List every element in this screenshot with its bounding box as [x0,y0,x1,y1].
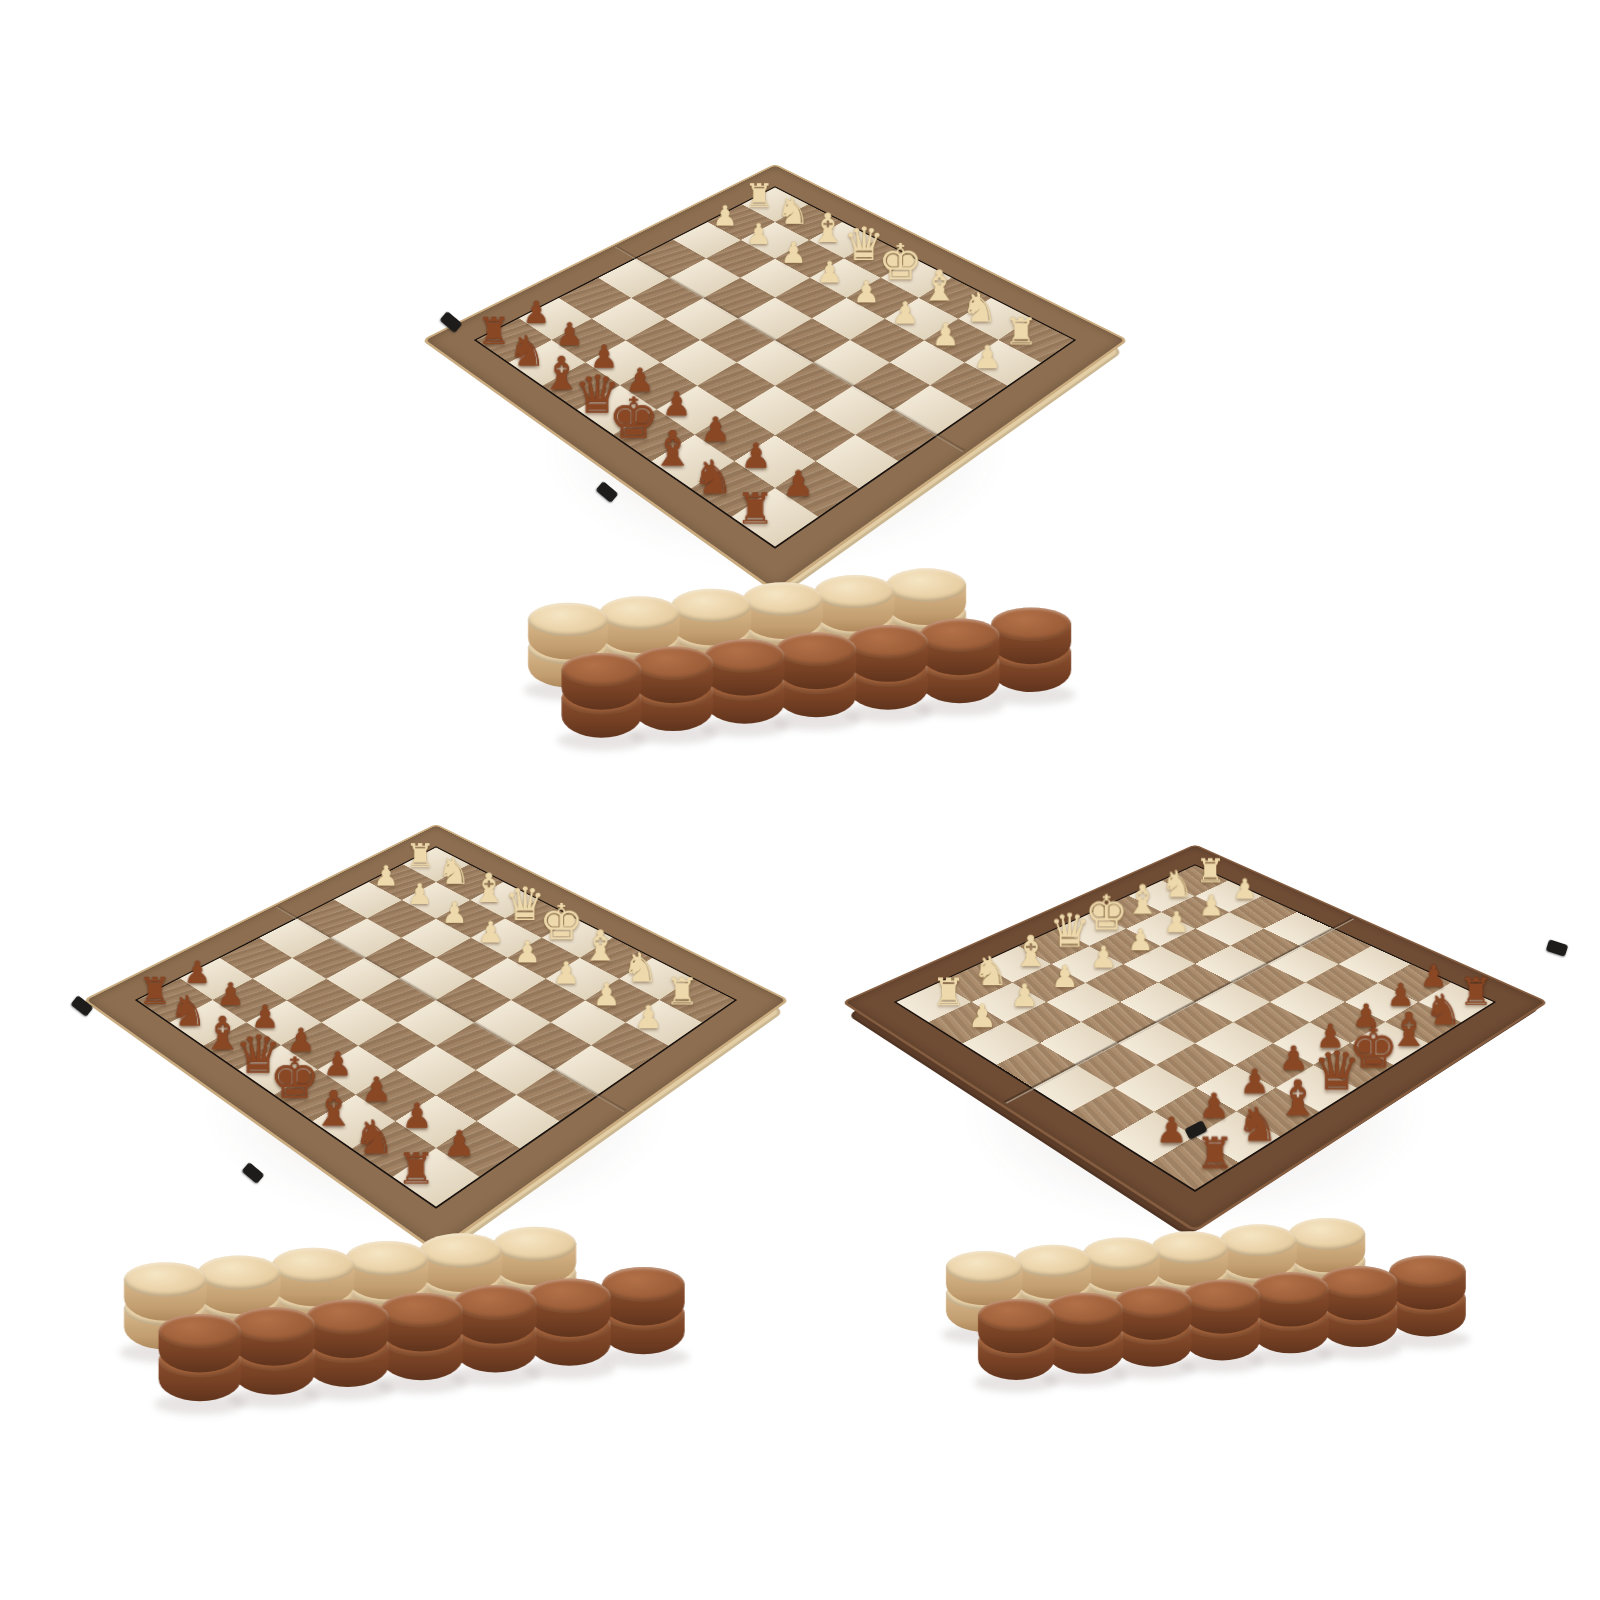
dark-rook-piece: ♜ [138,973,171,1010]
disc-top [454,1285,537,1320]
checkers-middle [528,560,1077,746]
dark-checker-disc [633,646,713,706]
disc-top [920,618,1000,651]
dark-checker-stack [1047,1292,1124,1377]
metal-clasp [1546,939,1569,957]
disc-top [528,1278,611,1313]
disc-top [380,1292,463,1327]
dark-checker-stack [1321,1266,1398,1351]
disc-top [633,646,713,679]
board-bottom-right: ♜♞♝♛♚♝♞♜♟♟♟♟♟♟♟♟♟♟♟♟♟♟♟♟♜♞♝♛♚♝♞♜ [945,752,1445,1252]
disc-top [124,1262,207,1297]
disc-top [420,1233,503,1268]
checkers-bottom-right [946,1210,1471,1388]
disc-top [848,625,928,658]
disc-top [1389,1255,1466,1287]
dark-checker-stack [528,1278,611,1370]
disc-top [159,1314,242,1349]
disc-top [561,653,641,686]
disc-top [1184,1279,1261,1311]
dark-checker-stack [1184,1279,1261,1364]
dark-checker-stack [848,625,928,714]
dark-checker-stack [306,1300,389,1392]
disc-top [946,1251,1023,1283]
dark-checker-disc [232,1307,315,1368]
disc-top [306,1300,389,1335]
dark-checker-disc [848,625,928,685]
square [856,410,937,461]
disc-top [528,603,608,636]
square [1232,964,1305,1002]
dark-pawn-piece: ♟ [184,958,212,989]
dark-rook-piece: ♜ [477,313,510,350]
dark-checker-disc [705,639,785,699]
dark-checker-disc [561,653,641,713]
disc-top [776,632,856,665]
square [1270,983,1345,1023]
disc-top [272,1248,355,1283]
light-pawn-piece: ♟ [634,1001,663,1033]
dark-checker-disc [602,1267,685,1328]
disc-top [1321,1266,1398,1298]
disc-top [1015,1244,1092,1276]
dark-checker-disc [306,1300,389,1361]
dark-checker-disc [528,1278,611,1339]
dark-checker-stack [232,1307,315,1399]
dark-checker-disc [159,1314,242,1375]
dark-checker-stack [705,639,785,728]
disc-top [1047,1292,1124,1324]
disc-top [743,582,823,615]
disc-top [1152,1231,1229,1263]
dark-checker-disc [1321,1266,1398,1323]
disc-top [1289,1218,1366,1250]
disc-top [814,575,894,608]
square: ♜ [732,488,818,546]
dark-pawn-piece: ♟ [523,298,551,329]
light-pawn-piece: ♟ [973,341,1002,373]
product-collage: ♜♞♝♛♚♝♞♜♟♟♟♟♟♟♟♟♟♟♟♟♟♟♟♟♜♞♝♛♚♝♞♜ ♜♞♝♛♚♝♞… [0,0,1600,1600]
disc-top [1083,1238,1160,1270]
square [517,1070,598,1121]
dark-checker-stack [561,653,641,742]
disc-top [494,1226,577,1261]
disc-top [232,1307,315,1342]
dark-checker-stack [454,1285,537,1377]
board-top: ♜♞♝♛♚♝♞♜♟♟♟♟♟♟♟♟♟♟♟♟♟♟♟♟♜♞♝♛♚♝♞♜ [525,90,1025,590]
dark-checker-stack [633,646,713,735]
dark-checker-disc [1184,1279,1261,1336]
square: ♚ [275,1070,356,1121]
disc-top [1220,1224,1297,1256]
disc-top [1115,1286,1192,1318]
disc-top [705,639,785,672]
dark-checker-stack [978,1299,1055,1384]
dark-checker-disc [1047,1292,1124,1349]
dark-checker-stack [602,1267,685,1359]
dark-checker-disc [991,607,1071,667]
dark-checker-stack [159,1314,242,1406]
dark-checker-disc [776,632,856,692]
dark-checker-stack [1389,1255,1466,1340]
dark-checker-stack [1115,1286,1192,1371]
disc-top [1252,1272,1329,1304]
dark-checker-disc [454,1285,537,1346]
disc-top [602,1267,685,1302]
dark-checker-disc [978,1299,1055,1356]
checkers-bottom-left [124,1218,690,1410]
dark-checker-disc [380,1292,463,1353]
disc-top [600,596,680,629]
disc-top [198,1255,281,1290]
dark-checker-stack [776,632,856,721]
square: ♚ [614,410,695,461]
disc-top [886,568,966,601]
disc-top [346,1241,429,1276]
disc-top [991,607,1071,640]
dark-checker-disc [1389,1255,1466,1312]
dark-checker-stack [380,1292,463,1384]
disc-top [671,589,751,622]
dark-checker-disc [1252,1272,1329,1329]
dark-checker-disc [1115,1286,1192,1343]
disc-top [978,1299,1055,1331]
dark-rook-piece: ♜ [1459,974,1492,1011]
dark-checker-stack [1252,1272,1329,1357]
dark-checker-stack [991,607,1071,696]
dark-checker-stack [920,618,1000,707]
dark-checker-disc [920,618,1000,678]
